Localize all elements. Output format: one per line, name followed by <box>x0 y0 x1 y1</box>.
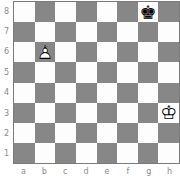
square-e7[interactable] <box>97 22 118 42</box>
square-b6[interactable]: ♟♙ <box>35 42 56 62</box>
square-h7[interactable] <box>158 22 179 42</box>
square-h3[interactable]: ♚♔ <box>158 103 179 123</box>
rank-label-2: 2 <box>0 123 13 143</box>
square-d5[interactable] <box>76 62 97 82</box>
square-g3[interactable] <box>138 103 159 123</box>
square-a3[interactable] <box>14 103 35 123</box>
square-h8[interactable] <box>158 2 179 22</box>
square-f1[interactable] <box>117 143 138 163</box>
square-b4[interactable] <box>35 83 56 103</box>
square-d4[interactable] <box>76 83 97 103</box>
square-a5[interactable] <box>14 62 35 82</box>
square-g8[interactable]: ♚ <box>138 2 159 22</box>
square-f5[interactable] <box>117 62 138 82</box>
square-a7[interactable] <box>14 22 35 42</box>
square-c7[interactable] <box>55 22 76 42</box>
square-d6[interactable] <box>76 42 97 62</box>
square-h6[interactable] <box>158 42 179 62</box>
rank-label-1: 1 <box>0 144 13 164</box>
file-label-e: e <box>97 164 118 179</box>
square-g1[interactable] <box>138 143 159 163</box>
rank-label-6: 6 <box>0 42 13 62</box>
file-label-g: g <box>138 164 159 179</box>
square-g6[interactable] <box>138 42 159 62</box>
square-h5[interactable] <box>158 62 179 82</box>
square-c5[interactable] <box>55 62 76 82</box>
square-g2[interactable] <box>138 123 159 143</box>
square-f2[interactable] <box>117 123 138 143</box>
square-e1[interactable] <box>97 143 118 163</box>
square-c2[interactable] <box>55 123 76 143</box>
square-h2[interactable] <box>158 123 179 143</box>
square-f6[interactable] <box>117 42 138 62</box>
rank-label-7: 7 <box>0 21 13 41</box>
square-f4[interactable] <box>117 83 138 103</box>
square-g4[interactable] <box>138 83 159 103</box>
square-d2[interactable] <box>76 123 97 143</box>
file-label-f: f <box>117 164 138 179</box>
square-b3[interactable] <box>35 103 56 123</box>
white-king-icon: ♔ <box>158 103 179 123</box>
square-a2[interactable] <box>14 123 35 143</box>
square-b1[interactable] <box>35 143 56 163</box>
rank-label-3: 3 <box>0 103 13 123</box>
square-a1[interactable] <box>14 143 35 163</box>
square-e4[interactable] <box>97 83 118 103</box>
square-c3[interactable] <box>55 103 76 123</box>
square-d8[interactable] <box>76 2 97 22</box>
square-d7[interactable] <box>76 22 97 42</box>
piece-white-king[interactable]: ♚♔ <box>158 103 179 123</box>
chess-diagram: 87654321 ♚♟♙♚♔ abcdefgh <box>0 0 180 180</box>
rank-labels: 87654321 <box>0 1 13 164</box>
square-e2[interactable] <box>97 123 118 143</box>
square-b7[interactable] <box>35 22 56 42</box>
square-h4[interactable] <box>158 83 179 103</box>
square-b5[interactable] <box>35 62 56 82</box>
square-d3[interactable] <box>76 103 97 123</box>
file-label-h: h <box>159 164 180 179</box>
square-e6[interactable] <box>97 42 118 62</box>
rank-label-8: 8 <box>0 1 13 21</box>
file-label-b: b <box>34 164 55 179</box>
white-pawn-icon: ♙ <box>35 42 56 62</box>
square-f7[interactable] <box>117 22 138 42</box>
rank-label-5: 5 <box>0 62 13 82</box>
square-c8[interactable] <box>55 2 76 22</box>
square-a4[interactable] <box>14 83 35 103</box>
piece-black-king[interactable]: ♚ <box>138 2 159 22</box>
square-f3[interactable] <box>117 103 138 123</box>
square-g5[interactable] <box>138 62 159 82</box>
file-label-c: c <box>55 164 76 179</box>
chess-board: ♚♟♙♚♔ <box>13 1 180 164</box>
square-c6[interactable] <box>55 42 76 62</box>
file-label-d: d <box>76 164 97 179</box>
square-c1[interactable] <box>55 143 76 163</box>
square-g7[interactable] <box>138 22 159 42</box>
file-label-a: a <box>13 164 34 179</box>
square-d1[interactable] <box>76 143 97 163</box>
square-a8[interactable] <box>14 2 35 22</box>
square-e5[interactable] <box>97 62 118 82</box>
square-b8[interactable] <box>35 2 56 22</box>
square-e8[interactable] <box>97 2 118 22</box>
square-c4[interactable] <box>55 83 76 103</box>
square-b2[interactable] <box>35 123 56 143</box>
rank-label-4: 4 <box>0 83 13 103</box>
square-a6[interactable] <box>14 42 35 62</box>
file-labels: abcdefgh <box>13 164 180 179</box>
square-f8[interactable] <box>117 2 138 22</box>
square-h1[interactable] <box>158 143 179 163</box>
piece-white-pawn[interactable]: ♟♙ <box>35 42 56 62</box>
square-e3[interactable] <box>97 103 118 123</box>
